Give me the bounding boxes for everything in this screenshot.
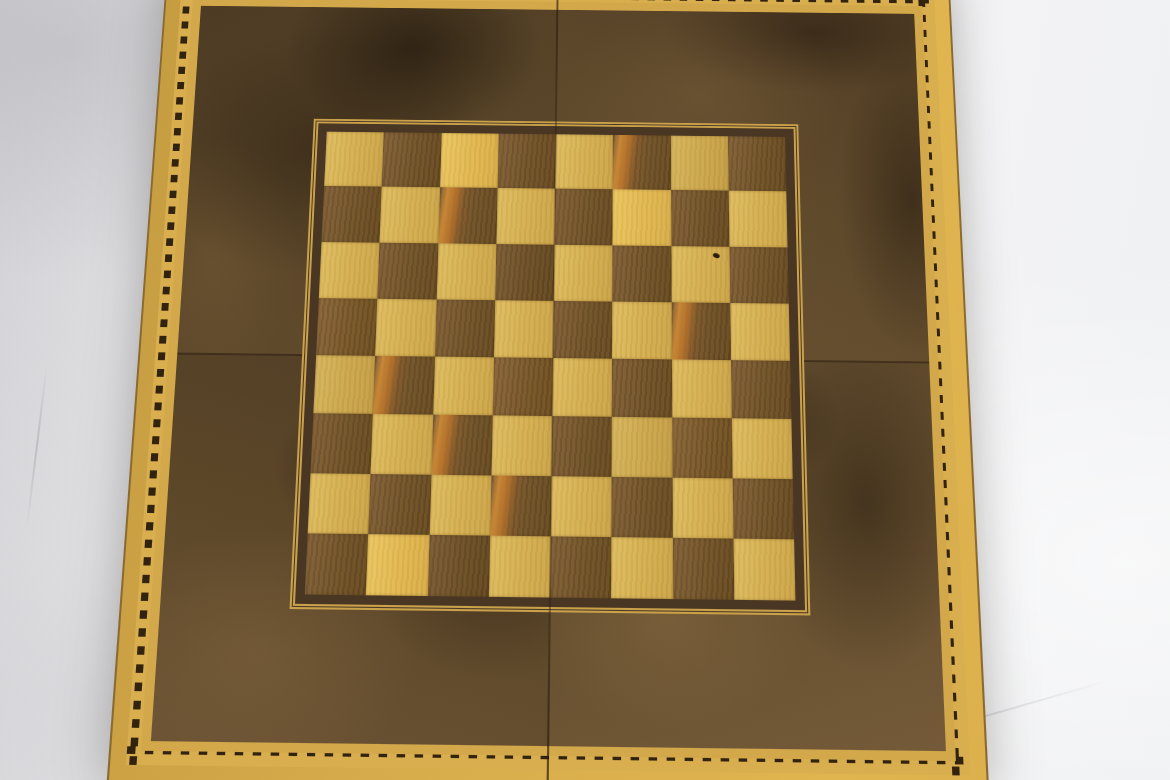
square-f3[interactable] (612, 417, 672, 477)
square-a5[interactable] (316, 298, 377, 356)
square-h7[interactable] (728, 191, 787, 247)
square-e7[interactable] (554, 189, 612, 245)
square-g1[interactable] (672, 538, 734, 600)
square-e3[interactable] (552, 416, 613, 476)
square-f7[interactable] (613, 189, 671, 245)
square-b4[interactable] (373, 356, 434, 415)
square-c3[interactable] (431, 415, 493, 475)
square-g8[interactable] (670, 136, 728, 191)
square-d3[interactable] (491, 416, 552, 476)
square-e6[interactable] (554, 244, 613, 301)
square-e4[interactable] (552, 358, 612, 417)
square-a4[interactable] (313, 355, 375, 414)
square-d2[interactable] (490, 475, 552, 536)
square-d4[interactable] (493, 357, 553, 416)
square-b2[interactable] (368, 474, 431, 535)
square-f8[interactable] (613, 135, 671, 190)
square-h8[interactable] (728, 136, 787, 191)
square-f1[interactable] (611, 537, 672, 599)
square-b5[interactable] (375, 299, 436, 357)
square-h3[interactable] (732, 418, 793, 478)
square-c4[interactable] (433, 357, 494, 416)
photo-scene (0, 0, 1170, 780)
square-b1[interactable] (366, 534, 429, 596)
square-c2[interactable] (429, 474, 491, 535)
square-g6[interactable] (671, 246, 730, 303)
square-g4[interactable] (672, 359, 732, 418)
board-outer-border (107, 0, 990, 780)
square-b6[interactable] (378, 242, 438, 299)
square-e8[interactable] (555, 134, 613, 189)
square-d1[interactable] (489, 535, 551, 597)
square-a8[interactable] (324, 132, 384, 187)
square-a6[interactable] (319, 242, 380, 299)
square-f2[interactable] (612, 476, 673, 537)
square-h6[interactable] (729, 246, 789, 303)
square-d6[interactable] (495, 244, 554, 301)
square-h1[interactable] (733, 538, 795, 600)
square-f6[interactable] (612, 245, 671, 302)
square-d8[interactable] (497, 134, 555, 189)
square-e2[interactable] (551, 476, 612, 537)
square-g2[interactable] (672, 477, 733, 538)
square-g5[interactable] (671, 302, 731, 360)
square-e1[interactable] (550, 536, 612, 598)
square-e5[interactable] (553, 301, 612, 359)
square-c5[interactable] (435, 299, 495, 357)
square-a3[interactable] (311, 413, 374, 473)
square-f5[interactable] (612, 301, 671, 359)
square-h4[interactable] (731, 360, 792, 419)
chess-board (107, 0, 990, 780)
square-c1[interactable] (427, 535, 490, 597)
square-g7[interactable] (671, 190, 730, 246)
square-d7[interactable] (496, 188, 555, 244)
square-c7[interactable] (438, 187, 497, 243)
square-b8[interactable] (382, 132, 441, 187)
square-a7[interactable] (322, 186, 382, 242)
square-h5[interactable] (730, 303, 790, 361)
square-b7[interactable] (380, 187, 440, 243)
square-g3[interactable] (672, 418, 733, 478)
square-a2[interactable] (308, 473, 371, 534)
square-d5[interactable] (494, 300, 554, 358)
square-a1[interactable] (305, 533, 369, 595)
square-c8[interactable] (440, 133, 499, 188)
square-f4[interactable] (612, 359, 672, 418)
square-h2[interactable] (732, 478, 794, 539)
square-b3[interactable] (371, 414, 433, 474)
square-c6[interactable] (436, 243, 496, 300)
